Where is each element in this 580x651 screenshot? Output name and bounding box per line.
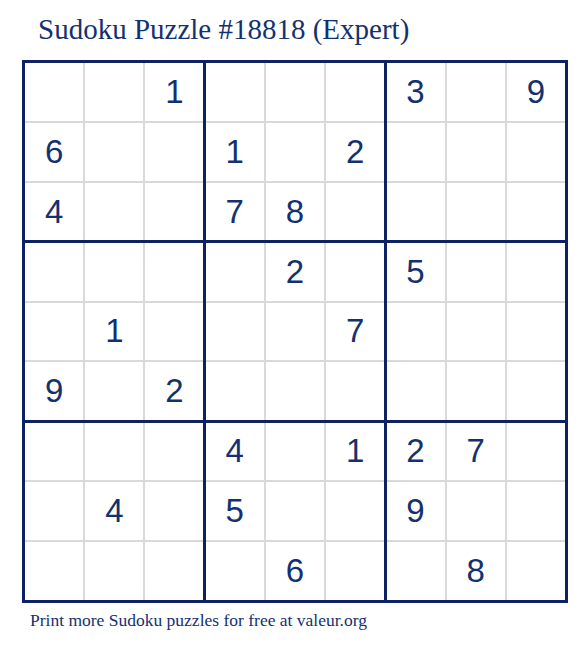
cell-r9c6: [326, 542, 384, 600]
cell-r8c6: [326, 482, 384, 540]
cell-r4c6: [326, 243, 384, 301]
cell-r1c2: [85, 63, 143, 121]
cell-r7c2: [85, 422, 143, 480]
sudoku-board: 139612478251792412745968: [22, 60, 568, 603]
cell-r1c9: 9: [507, 63, 565, 121]
cell-r3c1: 4: [25, 183, 83, 241]
cell-r4c5: 2: [266, 243, 324, 301]
cell-r4c4: [206, 243, 264, 301]
cell-r1c5: [266, 63, 324, 121]
cell-r7c1: [25, 422, 83, 480]
cell-r9c7: [386, 542, 444, 600]
cell-r5c9: [507, 303, 565, 361]
cell-r5c4: [206, 303, 264, 361]
cell-r2c4: 1: [206, 123, 264, 181]
cell-r1c8: [447, 63, 505, 121]
cell-r8c5: [266, 482, 324, 540]
cell-r3c5: 8: [266, 183, 324, 241]
cell-r9c2: [85, 542, 143, 600]
cell-r7c7: 2: [386, 422, 444, 480]
cell-r4c2: [85, 243, 143, 301]
cell-r9c4: [206, 542, 264, 600]
footer-credit: Print more Sudoku puzzles for free at va…: [30, 610, 367, 631]
cell-r3c2: [85, 183, 143, 241]
cell-r3c9: [507, 183, 565, 241]
cell-r8c4: 5: [206, 482, 264, 540]
cell-r8c7: 9: [386, 482, 444, 540]
cell-r7c4: 4: [206, 422, 264, 480]
cell-r1c1: [25, 63, 83, 121]
cell-r5c7: [386, 303, 444, 361]
cell-r5c1: [25, 303, 83, 361]
cell-r8c8: [447, 482, 505, 540]
sudoku-grid: 139612478251792412745968: [25, 63, 565, 600]
cell-r6c3: 2: [145, 362, 203, 420]
cell-r8c1: [25, 482, 83, 540]
cell-r3c4: 7: [206, 183, 264, 241]
cell-r3c7: [386, 183, 444, 241]
cell-r7c9: [507, 422, 565, 480]
cell-r3c8: [447, 183, 505, 241]
cell-r7c3: [145, 422, 203, 480]
cell-r5c3: [145, 303, 203, 361]
cell-r9c5: 6: [266, 542, 324, 600]
cell-r9c1: [25, 542, 83, 600]
cell-r2c6: 2: [326, 123, 384, 181]
cell-r5c6: 7: [326, 303, 384, 361]
cell-r3c6: [326, 183, 384, 241]
cell-r2c3: [145, 123, 203, 181]
cell-r6c1: 9: [25, 362, 83, 420]
cell-r6c7: [386, 362, 444, 420]
cell-r7c8: 7: [447, 422, 505, 480]
cell-r6c5: [266, 362, 324, 420]
cell-r6c8: [447, 362, 505, 420]
cell-r4c8: [447, 243, 505, 301]
cell-r8c3: [145, 482, 203, 540]
box-divider-vertical-2: [384, 63, 387, 600]
cell-r5c8: [447, 303, 505, 361]
cell-r9c3: [145, 542, 203, 600]
cell-r1c3: 1: [145, 63, 203, 121]
cell-r1c4: [206, 63, 264, 121]
page-title: Sudoku Puzzle #18818 (Expert): [38, 12, 409, 47]
cell-r8c2: 4: [85, 482, 143, 540]
cell-r9c8: 8: [447, 542, 505, 600]
box-divider-horizontal-1: [25, 240, 565, 243]
cell-r6c4: [206, 362, 264, 420]
cell-r4c7: 5: [386, 243, 444, 301]
box-divider-vertical-1: [203, 63, 206, 600]
cell-r7c5: [266, 422, 324, 480]
cell-r5c5: [266, 303, 324, 361]
cell-r2c5: [266, 123, 324, 181]
cell-r4c1: [25, 243, 83, 301]
cell-r6c6: [326, 362, 384, 420]
cell-r2c8: [447, 123, 505, 181]
cell-r2c7: [386, 123, 444, 181]
cell-r1c7: 3: [386, 63, 444, 121]
cell-r2c9: [507, 123, 565, 181]
cell-r6c9: [507, 362, 565, 420]
cell-r8c9: [507, 482, 565, 540]
cell-r2c2: [85, 123, 143, 181]
cell-r6c2: [85, 362, 143, 420]
box-divider-horizontal-2: [25, 420, 565, 423]
cell-r3c3: [145, 183, 203, 241]
cell-r4c3: [145, 243, 203, 301]
cell-r4c9: [507, 243, 565, 301]
cell-r5c2: 1: [85, 303, 143, 361]
cell-r7c6: 1: [326, 422, 384, 480]
cell-r2c1: 6: [25, 123, 83, 181]
cell-r1c6: [326, 63, 384, 121]
cell-r9c9: [507, 542, 565, 600]
